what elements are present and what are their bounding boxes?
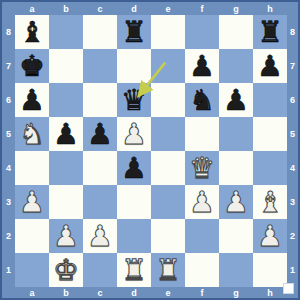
square-e6[interactable] (151, 83, 185, 117)
black-rook-icon[interactable]: ♜ (257, 18, 283, 47)
square-e1[interactable]: ♜ (151, 253, 185, 287)
chess-board[interactable]: ♝♜♜♚♟♟♟♛♞♟♞♟♟♟♟♛♟♟♟♝♟♟♟♚♜♜ (15, 15, 287, 287)
white-king-icon[interactable]: ♚ (53, 256, 79, 285)
rank-label-right-3: 3 (287, 185, 298, 219)
white-pawn-icon[interactable]: ♟ (189, 188, 215, 217)
file-label-bottom-a: a (15, 287, 49, 298)
file-label-bottom-h: h (253, 287, 287, 298)
square-g2[interactable] (219, 219, 253, 253)
square-c3[interactable] (83, 185, 117, 219)
white-pawn-icon[interactable]: ♟ (53, 222, 79, 251)
white-pawn-icon[interactable]: ♟ (121, 120, 147, 149)
square-e8[interactable] (151, 15, 185, 49)
black-king-icon[interactable]: ♚ (19, 52, 45, 81)
square-g5[interactable] (219, 117, 253, 151)
square-f5[interactable] (185, 117, 219, 151)
square-h3[interactable]: ♝ (253, 185, 287, 219)
white-queen-icon[interactable]: ♛ (189, 154, 215, 183)
square-h8[interactable]: ♜ (253, 15, 287, 49)
file-label-top-e: e (151, 2, 185, 15)
square-e4[interactable] (151, 151, 185, 185)
square-e3[interactable] (151, 185, 185, 219)
black-pawn-icon[interactable]: ♟ (257, 52, 283, 81)
black-bishop-icon[interactable]: ♝ (19, 18, 45, 47)
square-f8[interactable] (185, 15, 219, 49)
square-a6[interactable]: ♟ (15, 83, 49, 117)
file-label-top-d: d (117, 2, 151, 15)
rank-label-right-6: 6 (287, 83, 298, 117)
square-g8[interactable] (219, 15, 253, 49)
square-h7[interactable]: ♟ (253, 49, 287, 83)
rank-label-left-8: 8 (2, 15, 15, 49)
white-bishop-icon[interactable]: ♝ (257, 188, 283, 217)
black-pawn-icon[interactable]: ♟ (223, 86, 249, 115)
square-f7[interactable]: ♟ (185, 49, 219, 83)
rank-label-right-8: 8 (287, 15, 298, 49)
square-f3[interactable]: ♟ (185, 185, 219, 219)
file-label-bottom-d: d (117, 287, 151, 298)
square-b2[interactable]: ♟ (49, 219, 83, 253)
white-pawn-icon[interactable]: ♟ (257, 222, 283, 251)
square-h1[interactable] (253, 253, 287, 287)
rank-label-right-4: 4 (287, 151, 298, 185)
chess-board-frame: ♝♜♜♚♟♟♟♛♞♟♞♟♟♟♟♛♟♟♟♝♟♟♟♚♜♜ aabbccddeeffg… (0, 0, 300, 300)
square-d5[interactable]: ♟ (117, 117, 151, 151)
black-pawn-icon[interactable]: ♟ (189, 52, 215, 81)
square-h6[interactable] (253, 83, 287, 117)
black-pawn-icon[interactable]: ♟ (87, 120, 113, 149)
square-f2[interactable] (185, 219, 219, 253)
square-a7[interactable]: ♚ (15, 49, 49, 83)
white-pawn-icon[interactable]: ♟ (87, 222, 113, 251)
square-c5[interactable]: ♟ (83, 117, 117, 151)
square-a5[interactable]: ♞ (15, 117, 49, 151)
square-e2[interactable] (151, 219, 185, 253)
file-label-top-g: g (219, 2, 253, 15)
square-d6[interactable]: ♛ (117, 83, 151, 117)
square-e5[interactable] (151, 117, 185, 151)
white-pawn-icon[interactable]: ♟ (223, 188, 249, 217)
square-a4[interactable] (15, 151, 49, 185)
white-knight-icon[interactable]: ♞ (19, 120, 45, 149)
square-c2[interactable]: ♟ (83, 219, 117, 253)
square-d8[interactable]: ♜ (117, 15, 151, 49)
square-f1[interactable] (185, 253, 219, 287)
square-a3[interactable]: ♟ (15, 185, 49, 219)
square-d3[interactable] (117, 185, 151, 219)
square-a8[interactable]: ♝ (15, 15, 49, 49)
square-c6[interactable] (83, 83, 117, 117)
square-b1[interactable]: ♚ (49, 253, 83, 287)
rank-label-left-2: 2 (2, 219, 15, 253)
black-knight-icon[interactable]: ♞ (189, 86, 215, 115)
square-b3[interactable] (49, 185, 83, 219)
rank-label-right-7: 7 (287, 49, 298, 83)
rank-label-left-5: 5 (2, 117, 15, 151)
black-rook-icon[interactable]: ♜ (121, 18, 147, 47)
white-rook-icon[interactable]: ♜ (121, 256, 147, 285)
square-e7[interactable] (151, 49, 185, 83)
rank-label-left-3: 3 (2, 185, 15, 219)
file-label-top-c: c (83, 2, 117, 15)
square-f6[interactable]: ♞ (185, 83, 219, 117)
square-b8[interactable] (49, 15, 83, 49)
rank-label-left-1: 1 (2, 253, 15, 287)
rank-label-right-5: 5 (287, 117, 298, 151)
square-h5[interactable] (253, 117, 287, 151)
square-b7[interactable] (49, 49, 83, 83)
file-label-bottom-b: b (49, 287, 83, 298)
rank-label-left-7: 7 (2, 49, 15, 83)
file-label-top-f: f (185, 2, 219, 15)
file-label-bottom-f: f (185, 287, 219, 298)
black-pawn-icon[interactable]: ♟ (121, 154, 147, 183)
rank-label-left-4: 4 (2, 151, 15, 185)
square-d2[interactable] (117, 219, 151, 253)
square-d1[interactable]: ♜ (117, 253, 151, 287)
square-c1[interactable] (83, 253, 117, 287)
file-label-bottom-c: c (83, 287, 117, 298)
square-h4[interactable] (253, 151, 287, 185)
square-b5[interactable]: ♟ (49, 117, 83, 151)
white-pawn-icon[interactable]: ♟ (19, 188, 45, 217)
rank-label-right-2: 2 (287, 219, 298, 253)
file-label-bottom-e: e (151, 287, 185, 298)
square-b6[interactable] (49, 83, 83, 117)
square-b4[interactable] (49, 151, 83, 185)
rank-label-left-6: 6 (2, 83, 15, 117)
square-g1[interactable] (219, 253, 253, 287)
square-g4[interactable] (219, 151, 253, 185)
square-g3[interactable]: ♟ (219, 185, 253, 219)
black-pawn-icon[interactable]: ♟ (19, 86, 45, 115)
square-g6[interactable]: ♟ (219, 83, 253, 117)
black-pawn-icon[interactable]: ♟ (53, 120, 79, 149)
black-queen-icon[interactable]: ♛ (121, 86, 147, 115)
file-label-top-a: a (15, 2, 49, 15)
square-d4[interactable]: ♟ (117, 151, 151, 185)
square-g7[interactable] (219, 49, 253, 83)
file-label-top-h: h (253, 2, 287, 15)
square-f4[interactable]: ♛ (185, 151, 219, 185)
square-c7[interactable] (83, 49, 117, 83)
square-c4[interactable] (83, 151, 117, 185)
rank-label-right-1: 1 (287, 253, 298, 287)
square-a2[interactable] (15, 219, 49, 253)
square-c8[interactable] (83, 15, 117, 49)
square-a1[interactable] (15, 253, 49, 287)
white-rook-icon[interactable]: ♜ (155, 256, 181, 285)
square-d7[interactable] (117, 49, 151, 83)
file-label-bottom-g: g (219, 287, 253, 298)
square-h2[interactable]: ♟ (253, 219, 287, 253)
file-label-top-b: b (49, 2, 83, 15)
